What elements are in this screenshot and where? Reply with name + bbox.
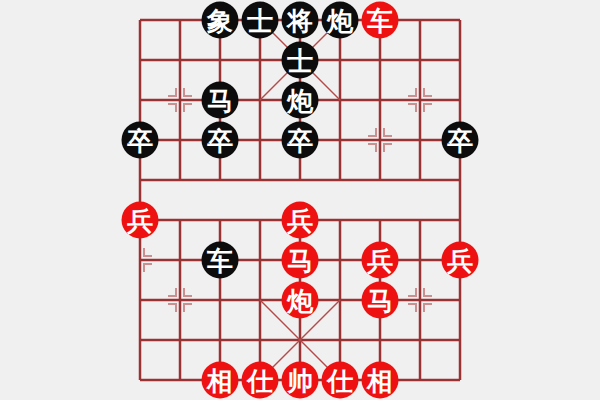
board-point[interactable]: 卒 — [200, 120, 240, 160]
piece-black-soldier[interactable]: 卒 — [282, 122, 319, 159]
board-point[interactable]: 兵 — [440, 240, 480, 280]
board-point[interactable]: 兵 — [280, 200, 320, 240]
board-point[interactable] — [280, 160, 320, 200]
piece-red-cannon[interactable]: 炮 — [282, 282, 319, 319]
board-point[interactable]: 卒 — [440, 120, 480, 160]
board-point[interactable] — [160, 240, 200, 280]
board-point[interactable] — [240, 40, 280, 80]
piece-black-elephant[interactable]: 象 — [202, 2, 239, 39]
piece-black-cannon[interactable]: 炮 — [322, 2, 359, 39]
board-point[interactable] — [240, 280, 280, 320]
board-point[interactable]: 卒 — [120, 120, 160, 160]
board-point[interactable] — [400, 200, 440, 240]
board-point[interactable]: 马 — [280, 240, 320, 280]
board-point[interactable]: 仕 — [320, 360, 360, 400]
piece-red-advisor[interactable]: 仕 — [322, 362, 359, 399]
board-point[interactable] — [400, 360, 440, 400]
board-point[interactable] — [120, 360, 160, 400]
board-point[interactable] — [400, 80, 440, 120]
board-point[interactable] — [360, 320, 400, 360]
board-point[interactable] — [440, 360, 480, 400]
board-point[interactable] — [160, 360, 200, 400]
board-point[interactable] — [400, 320, 440, 360]
piece-red-soldier[interactable]: 兵 — [362, 242, 399, 279]
board-point[interactable]: 兵 — [360, 240, 400, 280]
board-point[interactable] — [240, 160, 280, 200]
board-point[interactable] — [200, 280, 240, 320]
board-point[interactable]: 马 — [360, 280, 400, 320]
piece-black-general[interactable]: 将 — [282, 2, 319, 39]
board-point[interactable]: 兵 — [120, 200, 160, 240]
board-point[interactable] — [160, 160, 200, 200]
piece-red-soldier[interactable]: 兵 — [282, 202, 319, 239]
piece-black-horse[interactable]: 马 — [202, 82, 239, 119]
piece-red-soldier[interactable]: 兵 — [122, 202, 159, 239]
board-point[interactable] — [160, 320, 200, 360]
board-point[interactable] — [200, 160, 240, 200]
board-point[interactable]: 炮 — [280, 80, 320, 120]
board-point[interactable] — [400, 40, 440, 80]
board-point[interactable]: 炮 — [280, 280, 320, 320]
board-point[interactable]: 象 — [200, 0, 240, 40]
board-point[interactable] — [120, 160, 160, 200]
board-point[interactable] — [360, 40, 400, 80]
piece-red-horse[interactable]: 马 — [282, 242, 319, 279]
piece-black-soldier[interactable]: 卒 — [122, 122, 159, 159]
board-point[interactable] — [120, 80, 160, 120]
board-point[interactable] — [320, 320, 360, 360]
board-point[interactable] — [320, 200, 360, 240]
board-points-grid: 象士将炮车士马炮卒卒卒卒兵兵车马兵兵炮马相仕帅仕相 — [120, 0, 480, 400]
board-point[interactable] — [360, 160, 400, 200]
piece-black-advisor[interactable]: 士 — [242, 2, 279, 39]
piece-red-chariot[interactable]: 车 — [362, 2, 399, 39]
board-point[interactable] — [400, 0, 440, 40]
piece-black-soldier[interactable]: 卒 — [442, 122, 479, 159]
board-point[interactable] — [160, 0, 200, 40]
board-point[interactable] — [200, 40, 240, 80]
board-point[interactable] — [120, 280, 160, 320]
board-point[interactable] — [240, 200, 280, 240]
board-point[interactable]: 车 — [200, 240, 240, 280]
board-point[interactable] — [200, 320, 240, 360]
piece-black-cannon[interactable]: 炮 — [282, 82, 319, 119]
board-point[interactable]: 卒 — [280, 120, 320, 160]
board-point[interactable] — [240, 80, 280, 120]
board-point[interactable] — [320, 120, 360, 160]
board-point[interactable] — [320, 160, 360, 200]
board-point[interactable] — [240, 240, 280, 280]
piece-black-soldier[interactable]: 卒 — [202, 122, 239, 159]
board-point[interactable] — [160, 80, 200, 120]
piece-red-elephant[interactable]: 相 — [202, 362, 239, 399]
board-point[interactable]: 车 — [360, 0, 400, 40]
board-point[interactable] — [320, 280, 360, 320]
board-point[interactable] — [160, 200, 200, 240]
xiangqi-board: 象士将炮车士马炮卒卒卒卒兵兵车马兵兵炮马相仕帅仕相 — [0, 0, 600, 400]
board-point[interactable] — [400, 280, 440, 320]
piece-red-elephant[interactable]: 相 — [362, 362, 399, 399]
board-point[interactable]: 仕 — [240, 360, 280, 400]
board-point[interactable] — [440, 200, 480, 240]
board-point[interactable] — [360, 80, 400, 120]
board-point[interactable] — [240, 320, 280, 360]
board-point[interactable] — [440, 0, 480, 40]
board-point[interactable] — [160, 120, 200, 160]
board-point[interactable] — [440, 320, 480, 360]
board-point[interactable] — [440, 280, 480, 320]
board-point[interactable]: 士 — [240, 0, 280, 40]
piece-black-advisor[interactable]: 士 — [282, 42, 319, 79]
board-point[interactable] — [360, 200, 400, 240]
board-point[interactable] — [440, 160, 480, 200]
board-point[interactable] — [280, 320, 320, 360]
board-point[interactable]: 帅 — [280, 360, 320, 400]
board-point[interactable] — [360, 120, 400, 160]
board-point[interactable]: 相 — [200, 360, 240, 400]
board-point[interactable] — [160, 40, 200, 80]
board-point[interactable]: 马 — [200, 80, 240, 120]
board-point[interactable] — [240, 120, 280, 160]
board-point[interactable] — [120, 40, 160, 80]
piece-red-general[interactable]: 帅 — [282, 362, 319, 399]
piece-red-soldier[interactable]: 兵 — [442, 242, 479, 279]
piece-red-horse[interactable]: 马 — [362, 282, 399, 319]
board-point[interactable] — [120, 240, 160, 280]
board-point[interactable] — [440, 80, 480, 120]
board-point[interactable] — [200, 200, 240, 240]
board-point[interactable] — [400, 240, 440, 280]
board-point[interactable] — [400, 160, 440, 200]
board-point[interactable] — [120, 320, 160, 360]
board-point[interactable]: 炮 — [320, 0, 360, 40]
board-point[interactable] — [440, 40, 480, 80]
board-point[interactable] — [320, 80, 360, 120]
board-point[interactable] — [120, 0, 160, 40]
piece-red-advisor[interactable]: 仕 — [242, 362, 279, 399]
board-point[interactable] — [400, 120, 440, 160]
board-point[interactable]: 将 — [280, 0, 320, 40]
board-point[interactable]: 士 — [280, 40, 320, 80]
board-point[interactable]: 相 — [360, 360, 400, 400]
piece-black-chariot[interactable]: 车 — [202, 242, 239, 279]
board-point[interactable] — [160, 280, 200, 320]
board-point[interactable] — [320, 40, 360, 80]
board-point[interactable] — [320, 240, 360, 280]
